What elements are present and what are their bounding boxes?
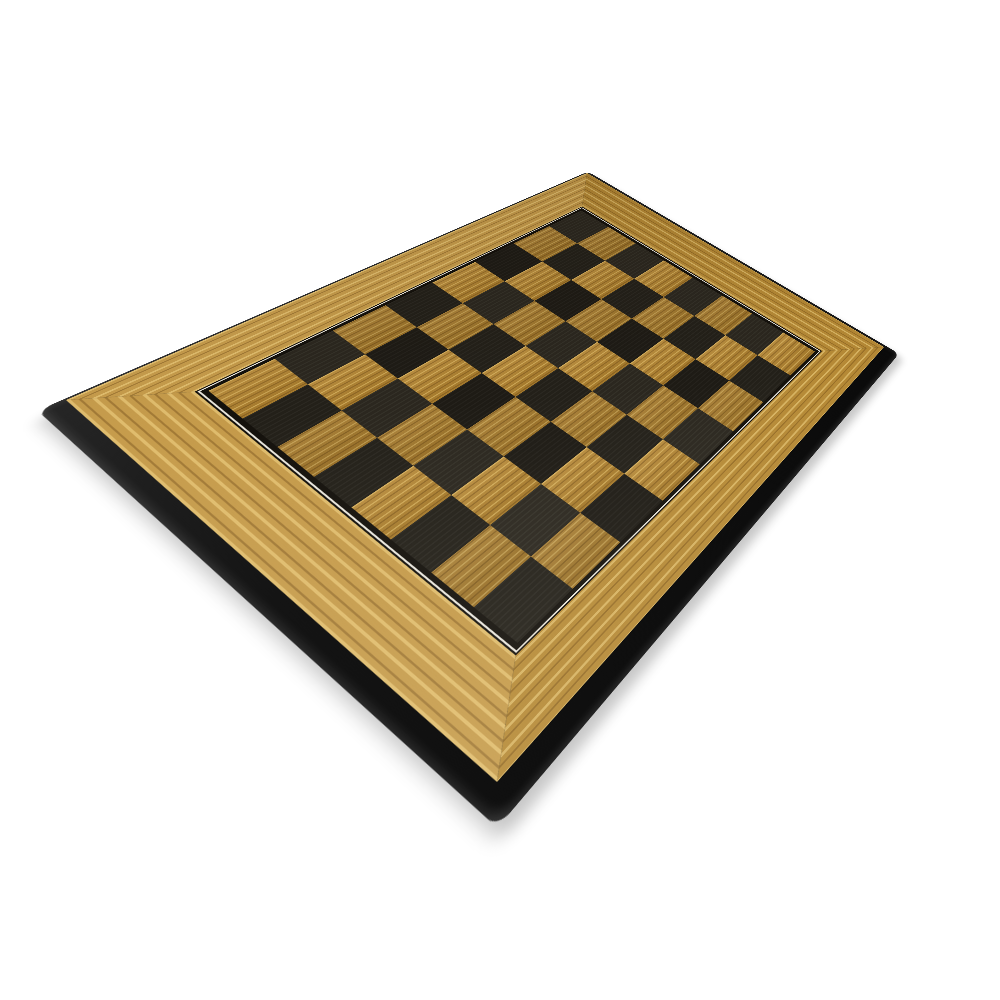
chess-board [66, 173, 884, 782]
chessboard-photo [0, 0, 1000, 1000]
